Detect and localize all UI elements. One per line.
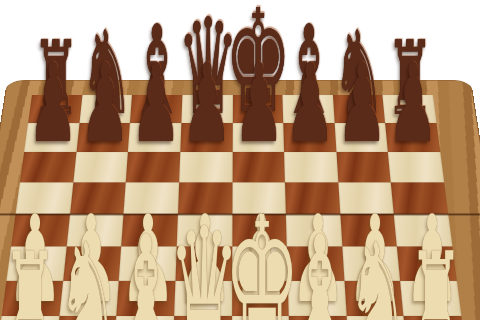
square-b3[interactable] [63,247,122,281]
square-c4[interactable] [121,214,177,247]
square-h2[interactable] [400,281,461,317]
square-c1[interactable] [114,316,174,320]
square-a7[interactable] [24,123,79,152]
square-g8[interactable] [333,95,386,123]
square-d8[interactable] [181,95,232,123]
board-fold-seam [0,213,480,215]
square-a8[interactable] [28,95,82,123]
square-a5[interactable] [16,182,73,213]
square-g1[interactable] [346,316,407,320]
square-f1[interactable] [289,316,349,320]
square-a4[interactable] [11,214,70,247]
square-c7[interactable] [128,123,181,152]
square-a1[interactable] [0,316,59,320]
square-f8[interactable] [283,95,335,123]
square-c8[interactable] [130,95,182,123]
square-h3[interactable] [397,247,457,281]
square-b4[interactable] [66,214,123,247]
square-b1[interactable] [55,316,116,320]
board-grid [0,95,466,320]
square-e3[interactable] [232,247,288,281]
square-a3[interactable] [6,247,66,281]
square-h8[interactable] [383,95,437,123]
square-b5[interactable] [70,182,126,213]
square-h1[interactable] [404,316,466,320]
square-e2[interactable] [231,281,288,317]
square-f7[interactable] [283,123,336,152]
square-d1[interactable] [173,316,232,320]
square-g7[interactable] [334,123,388,152]
chess-board [0,80,480,320]
square-f2[interactable] [288,281,346,317]
square-d6[interactable] [179,152,232,182]
square-c3[interactable] [119,247,177,281]
square-g3[interactable] [342,247,400,281]
square-d3[interactable] [175,247,231,281]
square-f6[interactable] [284,152,338,182]
square-g6[interactable] [336,152,391,182]
square-g4[interactable] [340,214,397,247]
square-d2[interactable] [174,281,232,317]
square-b2[interactable] [59,281,119,317]
square-e4[interactable] [232,214,287,247]
chess-photo-scene: ♜♞♝♛♚♝♞♜♟♟♟♟♟♟♟♟♟♟♟♟♟♟♟♟♜♞♝♛♚♝♞♜ [0,0,480,320]
square-g5[interactable] [338,182,394,213]
square-h5[interactable] [391,182,448,213]
square-b7[interactable] [76,123,130,152]
square-h6[interactable] [388,152,444,182]
square-a6[interactable] [20,152,76,182]
square-f3[interactable] [287,247,344,281]
square-h4[interactable] [394,214,452,247]
square-f5[interactable] [285,182,340,213]
square-f4[interactable] [286,214,342,247]
square-e8[interactable] [232,95,283,123]
square-d5[interactable] [178,182,232,213]
square-e1[interactable] [231,316,290,320]
square-d4[interactable] [177,214,232,247]
square-d7[interactable] [180,123,232,152]
square-c2[interactable] [117,281,176,317]
square-e6[interactable] [232,152,285,182]
square-c6[interactable] [126,152,180,182]
square-b6[interactable] [73,152,128,182]
square-g2[interactable] [344,281,404,317]
square-e7[interactable] [232,123,284,152]
square-a2[interactable] [2,281,63,317]
square-b8[interactable] [79,95,132,123]
square-c5[interactable] [124,182,179,213]
square-h7[interactable] [385,123,440,152]
square-e5[interactable] [232,182,286,213]
